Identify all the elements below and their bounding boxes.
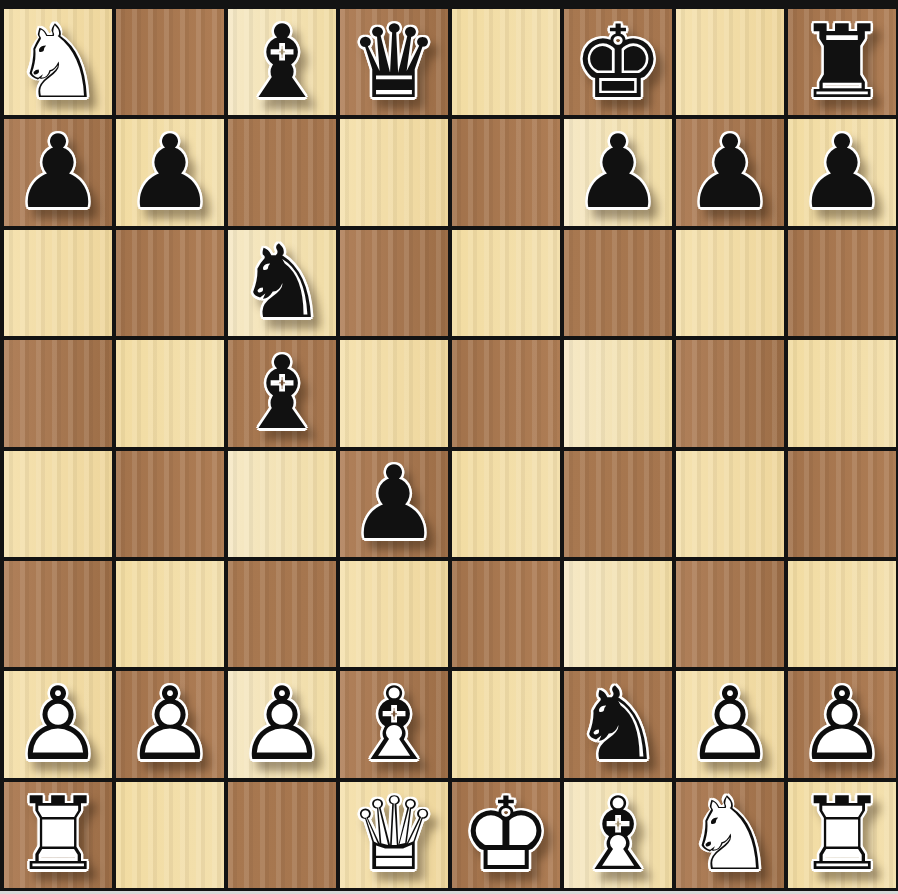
square-h1[interactable]: ♜♖ [788,782,896,888]
white-rook-outline: ♖ [4,782,112,888]
piece-white-pawn-a2[interactable]: ♟♙ [4,671,112,777]
square-c8[interactable]: ♝ [228,9,336,115]
square-b4[interactable] [116,451,224,557]
piece-black-pawn-h7[interactable]: ♟ [788,119,896,225]
square-b3[interactable] [116,561,224,667]
square-b7[interactable]: ♟ [116,119,224,225]
piece-white-rook-a1[interactable]: ♜♖ [4,782,112,888]
square-a7[interactable]: ♟ [4,119,112,225]
square-e3[interactable] [452,561,560,667]
square-f3[interactable] [564,561,672,667]
square-e5[interactable] [452,340,560,446]
piece-white-bishop-d2[interactable]: ♝♗ [340,671,448,777]
square-d5[interactable] [340,340,448,446]
square-d8[interactable]: ♛ [340,9,448,115]
piece-white-pawn-g2[interactable]: ♟♙ [676,671,784,777]
piece-black-pawn-b7[interactable]: ♟ [116,119,224,225]
square-c2[interactable]: ♟♙ [228,671,336,777]
piece-white-knight-a8[interactable]: ♞♘ [4,9,112,115]
piece-white-pawn-h2[interactable]: ♟♙ [788,671,896,777]
piece-black-bishop-c5[interactable]: ♝ [228,340,336,446]
square-e7[interactable] [452,119,560,225]
piece-white-rook-h1[interactable]: ♜♖ [788,782,896,888]
piece-white-pawn-b2[interactable]: ♟♙ [116,671,224,777]
square-h8[interactable]: ♜ [788,9,896,115]
square-g5[interactable] [676,340,784,446]
white-knight-outline: ♘ [676,782,784,888]
black-pawn-glyph: ♟ [676,119,784,225]
piece-black-bishop-c8[interactable]: ♝ [228,9,336,115]
black-queen-glyph: ♛ [340,9,448,115]
piece-white-bishop-f1[interactable]: ♝♗ [564,782,672,888]
square-f6[interactable] [564,230,672,336]
square-g1[interactable]: ♞♘ [676,782,784,888]
white-pawn-outline: ♙ [116,671,224,777]
square-d7[interactable] [340,119,448,225]
black-bishop-glyph: ♝ [228,9,336,115]
white-pawn-outline: ♙ [676,671,784,777]
piece-black-king-f8[interactable]: ♚ [564,9,672,115]
piece-black-queen-d8[interactable]: ♛ [340,9,448,115]
white-pawn-outline: ♙ [228,671,336,777]
square-a6[interactable] [4,230,112,336]
piece-white-knight-g1[interactable]: ♞♘ [676,782,784,888]
piece-black-rook-h8[interactable]: ♜ [788,9,896,115]
square-d4[interactable]: ♟ [340,451,448,557]
square-b5[interactable] [116,340,224,446]
square-b8[interactable] [116,9,224,115]
black-knight-glyph: ♞ [564,671,672,777]
square-d2[interactable]: ♝♗ [340,671,448,777]
piece-black-pawn-a7[interactable]: ♟ [4,119,112,225]
piece-black-pawn-g7[interactable]: ♟ [676,119,784,225]
square-a3[interactable] [4,561,112,667]
black-pawn-glyph: ♟ [788,119,896,225]
square-c4[interactable] [228,451,336,557]
square-f8[interactable]: ♚ [564,9,672,115]
square-g2[interactable]: ♟♙ [676,671,784,777]
square-f7[interactable]: ♟ [564,119,672,225]
black-king-glyph: ♚ [564,9,672,115]
square-g4[interactable] [676,451,784,557]
square-f2[interactable]: ♞ [564,671,672,777]
square-g6[interactable] [676,230,784,336]
square-c1[interactable] [228,782,336,888]
square-h2[interactable]: ♟♙ [788,671,896,777]
square-e2[interactable] [452,671,560,777]
black-pawn-glyph: ♟ [564,119,672,225]
square-e6[interactable] [452,230,560,336]
square-b6[interactable] [116,230,224,336]
square-e8[interactable] [452,9,560,115]
square-b1[interactable] [116,782,224,888]
black-pawn-glyph: ♟ [116,119,224,225]
white-pawn-outline: ♙ [788,671,896,777]
square-d3[interactable] [340,561,448,667]
square-d6[interactable] [340,230,448,336]
square-b2[interactable]: ♟♙ [116,671,224,777]
chess-board: ♞♘♝♛♚♜♟♟♟♟♟♞♝♟♟♙♟♙♟♙♝♗♞♟♙♟♙♜♖♛♕♚♔♝♗♞♘♜♖ [0,0,898,891]
square-d1[interactable]: ♛♕ [340,782,448,888]
square-h5[interactable] [788,340,896,446]
square-c7[interactable] [228,119,336,225]
piece-black-pawn-f7[interactable]: ♟ [564,119,672,225]
square-f1[interactable]: ♝♗ [564,782,672,888]
piece-white-pawn-c2[interactable]: ♟♙ [228,671,336,777]
white-queen-outline: ♕ [340,782,448,888]
square-h6[interactable] [788,230,896,336]
black-pawn-glyph: ♟ [340,451,448,557]
square-e1[interactable]: ♚♔ [452,782,560,888]
square-a8[interactable]: ♞♘ [4,9,112,115]
white-bishop-outline: ♗ [340,671,448,777]
square-a2[interactable]: ♟♙ [4,671,112,777]
piece-black-pawn-d4[interactable]: ♟ [340,451,448,557]
square-a5[interactable] [4,340,112,446]
piece-black-knight-f2[interactable]: ♞ [564,671,672,777]
square-a4[interactable] [4,451,112,557]
square-c5[interactable]: ♝ [228,340,336,446]
white-king-outline: ♔ [452,782,560,888]
square-h7[interactable]: ♟ [788,119,896,225]
white-rook-outline: ♖ [788,782,896,888]
square-g3[interactable] [676,561,784,667]
square-c6[interactable]: ♞ [228,230,336,336]
square-c3[interactable] [228,561,336,667]
black-rook-glyph: ♜ [788,9,896,115]
square-f4[interactable] [564,451,672,557]
square-e4[interactable] [452,451,560,557]
black-bishop-glyph: ♝ [228,340,336,446]
square-a1[interactable]: ♜♖ [4,782,112,888]
black-pawn-glyph: ♟ [4,119,112,225]
white-bishop-outline: ♗ [564,782,672,888]
square-g7[interactable]: ♟ [676,119,784,225]
square-h3[interactable] [788,561,896,667]
black-knight-glyph: ♞ [228,230,336,336]
square-h4[interactable] [788,451,896,557]
piece-white-king-e1[interactable]: ♚♔ [452,782,560,888]
piece-black-knight-c6[interactable]: ♞ [228,230,336,336]
white-pawn-outline: ♙ [4,671,112,777]
square-f5[interactable] [564,340,672,446]
piece-white-queen-d1[interactable]: ♛♕ [340,782,448,888]
square-g8[interactable] [676,9,784,115]
white-knight-outline: ♘ [4,9,112,115]
